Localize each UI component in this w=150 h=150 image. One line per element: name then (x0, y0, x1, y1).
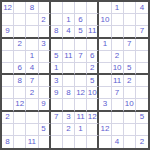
cell-r2c5[interactable] (51, 14, 63, 26)
cell-r12c4[interactable] (39, 136, 51, 148)
cell-r7c7[interactable] (75, 75, 87, 87)
cell-r11c5[interactable] (51, 124, 63, 136)
cell-r11c4[interactable]: 5 (39, 124, 51, 136)
cell-r3c10[interactable] (112, 26, 124, 38)
cell-r11c11[interactable] (124, 124, 136, 136)
cell-r6c2[interactable]: 6 (14, 63, 26, 75)
cell-r7c12[interactable] (136, 75, 148, 87)
cell-r6c10[interactable]: 10 (112, 63, 124, 75)
cell-r11c7[interactable]: 1 (75, 124, 87, 136)
cell-r4c11[interactable]: 7 (124, 39, 136, 51)
cell-r10c11[interactable] (124, 112, 136, 124)
cell-r10c10[interactable] (112, 112, 124, 124)
cell-r3c6[interactable]: 4 (63, 26, 75, 38)
cell-r12c1[interactable]: 8 (2, 136, 14, 148)
cell-r3c12[interactable]: 7 (136, 26, 148, 38)
cell-r9c6[interactable] (63, 99, 75, 111)
cell-r12c2[interactable] (14, 136, 26, 148)
cell-r6c12[interactable] (136, 63, 148, 75)
cell-r4c7[interactable] (75, 39, 87, 51)
cell-r2c4[interactable]: 2 (39, 14, 51, 26)
cell-r7c9[interactable] (99, 75, 111, 87)
cell-r4c3[interactable] (26, 39, 38, 51)
cell-r8c11[interactable] (124, 87, 136, 99)
cell-r1c5[interactable] (51, 2, 63, 14)
cell-r7c1[interactable] (2, 75, 14, 87)
cell-r12c6[interactable] (63, 136, 75, 148)
cell-r9c10[interactable] (112, 99, 124, 111)
cell-r9c1[interactable] (2, 99, 14, 111)
cell-r6c9[interactable] (99, 63, 111, 75)
cell-r8c2[interactable] (14, 87, 26, 99)
cell-r3c11[interactable] (124, 26, 136, 38)
cell-r8c9[interactable] (99, 87, 111, 99)
cell-r4c5[interactable] (51, 39, 63, 51)
cell-r2c8[interactable] (87, 14, 99, 26)
cell-r4c8[interactable] (87, 39, 99, 51)
cell-r5c3[interactable]: 1 (26, 51, 38, 63)
cell-r7c5[interactable]: 3 (51, 75, 63, 87)
cell-r9c2[interactable]: 12 (14, 99, 26, 111)
cell-r1c8[interactable] (87, 2, 99, 14)
cell-r5c2[interactable] (14, 51, 26, 63)
cell-r4c4[interactable]: 3 (39, 39, 51, 51)
cell-r9c8[interactable] (87, 99, 99, 111)
cell-r6c4[interactable] (39, 63, 51, 75)
cell-r5c5[interactable]: 5 (51, 51, 63, 63)
cell-r7c2[interactable]: 8 (14, 75, 26, 87)
cell-r4c9[interactable]: 1 (99, 39, 111, 51)
cell-r10c5[interactable]: 7 (51, 112, 63, 124)
cell-r12c11[interactable] (124, 136, 136, 148)
cell-r2c9[interactable]: 10 (99, 14, 111, 26)
cell-r1c4[interactable] (39, 2, 51, 14)
sudoku-board: 1281421610984511723171511762641210587351… (0, 0, 150, 150)
cell-r1c2[interactable] (14, 2, 26, 14)
cell-r2c11[interactable] (124, 14, 136, 26)
cell-r3c5[interactable]: 8 (51, 26, 63, 38)
cell-r7c4[interactable] (39, 75, 51, 87)
cell-r8c4[interactable] (39, 87, 51, 99)
cell-r1c6[interactable] (63, 2, 75, 14)
cell-r3c3[interactable] (26, 26, 38, 38)
cell-r8c1[interactable] (2, 87, 14, 99)
cell-r4c10[interactable] (112, 39, 124, 51)
cell-r12c9[interactable] (99, 136, 111, 148)
cell-r6c1[interactable] (2, 63, 14, 75)
cell-r10c4[interactable] (39, 112, 51, 124)
cell-r9c5[interactable] (51, 99, 63, 111)
cell-r10c1[interactable]: 2 (2, 112, 14, 124)
cell-r4c1[interactable] (2, 39, 14, 51)
cell-r1c10[interactable]: 1 (112, 2, 124, 14)
cell-r8c3[interactable]: 2 (26, 87, 38, 99)
cell-r8c8[interactable]: 10 (87, 87, 99, 99)
cell-r6c7[interactable] (75, 63, 87, 75)
cell-r2c7[interactable]: 6 (75, 14, 87, 26)
cell-r3c8[interactable]: 11 (87, 26, 99, 38)
cell-r12c3[interactable]: 11 (26, 136, 38, 148)
cell-r5c12[interactable] (136, 51, 148, 63)
cell-r2c3[interactable] (26, 14, 38, 26)
cell-r11c10[interactable] (112, 124, 124, 136)
cell-r4c6[interactable] (63, 39, 75, 51)
cell-r2c1[interactable] (2, 14, 14, 26)
cell-r7c8[interactable]: 5 (87, 75, 99, 87)
cell-r12c12[interactable]: 2 (136, 136, 148, 148)
cell-r12c8[interactable] (87, 136, 99, 148)
cell-r12c10[interactable]: 4 (112, 136, 124, 148)
cell-r11c12[interactable] (136, 124, 148, 136)
cell-r8c12[interactable] (136, 87, 148, 99)
cell-r3c7[interactable]: 5 (75, 26, 87, 38)
cell-r1c7[interactable] (75, 2, 87, 14)
cell-r5c10[interactable]: 2 (112, 51, 124, 63)
cell-r5c11[interactable] (124, 51, 136, 63)
cell-r9c9[interactable]: 3 (99, 99, 111, 111)
cell-r9c11[interactable]: 10 (124, 99, 136, 111)
cell-r8c5[interactable]: 9 (51, 87, 63, 99)
cell-r2c10[interactable] (112, 14, 124, 26)
cell-r7c10[interactable]: 11 (112, 75, 124, 87)
cell-r7c11[interactable]: 2 (124, 75, 136, 87)
cell-r5c7[interactable]: 7 (75, 51, 87, 63)
cell-r10c2[interactable] (14, 112, 26, 124)
cell-r9c12[interactable] (136, 99, 148, 111)
cell-r11c2[interactable] (14, 124, 26, 136)
cell-r6c8[interactable]: 2 (87, 63, 99, 75)
cell-r10c3[interactable] (26, 112, 38, 124)
cell-r12c5[interactable] (51, 136, 63, 148)
cell-r10c6[interactable]: 3 (63, 112, 75, 124)
cell-r6c5[interactable]: 1 (51, 63, 63, 75)
cell-r5c9[interactable] (99, 51, 111, 63)
cell-r5c4[interactable] (39, 51, 51, 63)
cell-r8c6[interactable]: 8 (63, 87, 75, 99)
cell-r3c4[interactable] (39, 26, 51, 38)
cell-r6c11[interactable]: 5 (124, 63, 136, 75)
cell-r11c3[interactable] (26, 124, 38, 136)
cell-r6c3[interactable]: 4 (26, 63, 38, 75)
cell-r7c3[interactable]: 7 (26, 75, 38, 87)
cell-r7c6[interactable] (63, 75, 75, 87)
cell-r11c1[interactable] (2, 124, 14, 136)
cell-r9c3[interactable] (26, 99, 38, 111)
cell-r12c7[interactable] (75, 136, 87, 148)
cell-r1c9[interactable] (99, 2, 111, 14)
cell-r9c7[interactable] (75, 99, 87, 111)
cell-r2c12[interactable] (136, 14, 148, 26)
cell-r1c1[interactable]: 12 (2, 2, 14, 14)
cell-r1c12[interactable]: 4 (136, 2, 148, 14)
cell-r3c2[interactable] (14, 26, 26, 38)
cell-r8c7[interactable]: 12 (75, 87, 87, 99)
cell-r3c9[interactable] (99, 26, 111, 38)
cell-r3c1[interactable]: 9 (2, 26, 14, 38)
cell-r10c9[interactable] (99, 112, 111, 124)
cell-r2c2[interactable] (14, 14, 26, 26)
cell-r8c10[interactable]: 7 (112, 87, 124, 99)
cell-r2c6[interactable]: 1 (63, 14, 75, 26)
cell-r11c8[interactable] (87, 124, 99, 136)
cell-r4c12[interactable] (136, 39, 148, 51)
cell-r5c8[interactable]: 6 (87, 51, 99, 63)
cell-r10c7[interactable]: 11 (75, 112, 87, 124)
cell-r11c6[interactable]: 2 (63, 124, 75, 136)
cell-r1c3[interactable]: 8 (26, 2, 38, 14)
cell-r10c8[interactable]: 12 (87, 112, 99, 124)
cell-r1c11[interactable] (124, 2, 136, 14)
cell-r6c6[interactable] (63, 63, 75, 75)
cell-r4c2[interactable]: 2 (14, 39, 26, 51)
cell-r10c12[interactable]: 5 (136, 112, 148, 124)
cell-r5c6[interactable]: 11 (63, 51, 75, 63)
cell-r11c9[interactable]: 12 (99, 124, 111, 136)
cell-r9c4[interactable]: 9 (39, 99, 51, 111)
cell-r5c1[interactable] (2, 51, 14, 63)
